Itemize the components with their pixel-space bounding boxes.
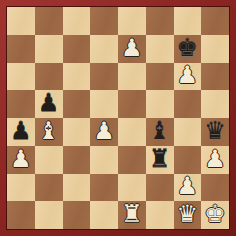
square-c4[interactable] [63, 118, 91, 146]
square-d5[interactable] [90, 90, 118, 118]
chess-board: ♟♚♟♟♟♝♟♝♛♟♜♟♟♜♛♚ [7, 7, 229, 229]
black-pawn-b5[interactable]: ♟ [38, 91, 60, 115]
square-f2[interactable] [146, 174, 174, 202]
white-pawn-h3[interactable]: ♟ [204, 147, 226, 171]
square-d2[interactable] [90, 174, 118, 202]
square-d7[interactable] [90, 35, 118, 63]
square-a4[interactable]: ♟ [7, 118, 35, 146]
white-queen-g1[interactable]: ♛ [177, 202, 199, 226]
white-pawn-g6[interactable]: ♟ [177, 63, 199, 87]
square-e6[interactable] [118, 63, 146, 91]
black-king-g7[interactable]: ♚ [177, 36, 199, 60]
square-a5[interactable] [7, 90, 35, 118]
square-g5[interactable] [174, 90, 202, 118]
square-d1[interactable] [90, 201, 118, 229]
square-c5[interactable] [63, 90, 91, 118]
black-bishop-f4[interactable]: ♝ [149, 119, 171, 143]
square-h8[interactable] [201, 7, 229, 35]
square-h2[interactable] [201, 174, 229, 202]
square-c1[interactable] [63, 201, 91, 229]
square-a2[interactable] [7, 174, 35, 202]
square-c8[interactable] [63, 7, 91, 35]
white-pawn-a3[interactable]: ♟ [10, 147, 32, 171]
square-h6[interactable] [201, 63, 229, 91]
white-pawn-d4[interactable]: ♟ [93, 119, 115, 143]
square-g6[interactable]: ♟ [174, 63, 202, 91]
square-d8[interactable] [90, 7, 118, 35]
square-c6[interactable] [63, 63, 91, 91]
square-f5[interactable] [146, 90, 174, 118]
white-pawn-e7[interactable]: ♟ [121, 36, 143, 60]
board-frame: ♟♚♟♟♟♝♟♝♛♟♜♟♟♜♛♚ [0, 0, 236, 236]
square-a3[interactable]: ♟ [7, 146, 35, 174]
black-queen-h4[interactable]: ♛ [204, 119, 226, 143]
square-h5[interactable] [201, 90, 229, 118]
square-h4[interactable]: ♛ [201, 118, 229, 146]
square-b5[interactable]: ♟ [35, 90, 63, 118]
square-f3[interactable]: ♜ [146, 146, 174, 174]
square-e8[interactable] [118, 7, 146, 35]
square-d3[interactable] [90, 146, 118, 174]
white-bishop-b4[interactable]: ♝ [38, 119, 60, 143]
square-b3[interactable] [35, 146, 63, 174]
square-b2[interactable] [35, 174, 63, 202]
square-e4[interactable] [118, 118, 146, 146]
square-c2[interactable] [63, 174, 91, 202]
square-g4[interactable] [174, 118, 202, 146]
square-h7[interactable] [201, 35, 229, 63]
square-g8[interactable] [174, 7, 202, 35]
square-g3[interactable] [174, 146, 202, 174]
square-g7[interactable]: ♚ [174, 35, 202, 63]
white-rook-e1[interactable]: ♜ [121, 202, 143, 226]
square-e1[interactable]: ♜ [118, 201, 146, 229]
square-e7[interactable]: ♟ [118, 35, 146, 63]
square-g2[interactable]: ♟ [174, 174, 202, 202]
white-king-h1[interactable]: ♚ [204, 202, 226, 226]
white-pawn-g2[interactable]: ♟ [177, 174, 199, 198]
square-f1[interactable] [146, 201, 174, 229]
square-b7[interactable] [35, 35, 63, 63]
square-h1[interactable]: ♚ [201, 201, 229, 229]
square-g1[interactable]: ♛ [174, 201, 202, 229]
square-d6[interactable] [90, 63, 118, 91]
square-h3[interactable]: ♟ [201, 146, 229, 174]
square-f4[interactable]: ♝ [146, 118, 174, 146]
square-d4[interactable]: ♟ [90, 118, 118, 146]
square-b1[interactable] [35, 201, 63, 229]
square-a1[interactable] [7, 201, 35, 229]
square-b8[interactable] [35, 7, 63, 35]
square-b6[interactable] [35, 63, 63, 91]
black-rook-f3[interactable]: ♜ [149, 147, 171, 171]
square-c7[interactable] [63, 35, 91, 63]
square-a6[interactable] [7, 63, 35, 91]
square-e5[interactable] [118, 90, 146, 118]
square-e2[interactable] [118, 174, 146, 202]
square-b4[interactable]: ♝ [35, 118, 63, 146]
square-f8[interactable] [146, 7, 174, 35]
black-pawn-a4[interactable]: ♟ [10, 119, 32, 143]
square-c3[interactable] [63, 146, 91, 174]
square-e3[interactable] [118, 146, 146, 174]
square-a7[interactable] [7, 35, 35, 63]
square-f6[interactable] [146, 63, 174, 91]
square-a8[interactable] [7, 7, 35, 35]
square-f7[interactable] [146, 35, 174, 63]
